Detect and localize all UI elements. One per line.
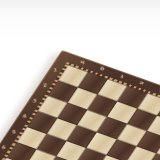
board-grid (0, 65, 160, 160)
photo-canvas: 12345678hgfedcba (0, 0, 160, 160)
chess-board: 12345678hgfedcba (0, 50, 160, 160)
